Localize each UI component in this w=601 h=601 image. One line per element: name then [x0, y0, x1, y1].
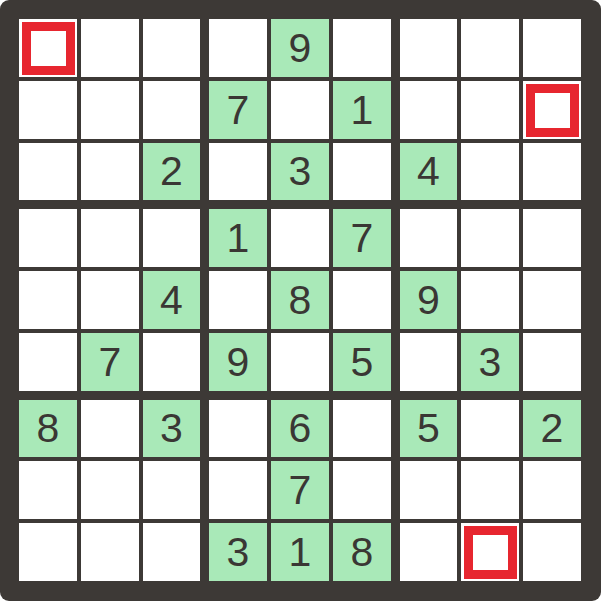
cell-r7c2[interactable] — [81, 400, 139, 457]
cell-r2c9[interactable] — [523, 81, 581, 139]
cell-r7c4[interactable] — [209, 400, 267, 457]
cell-r7c9[interactable]: 2 — [523, 400, 581, 457]
cell-r4c4[interactable]: 1 — [209, 209, 267, 267]
cell-r1c7[interactable] — [400, 19, 457, 77]
cell-r8c4[interactable] — [209, 461, 267, 519]
sudoku-board: 971234174897953836527318 — [0, 0, 601, 601]
cell-r9c1[interactable] — [19, 523, 77, 581]
cell-r8c6[interactable] — [333, 461, 391, 519]
cell-r4c9[interactable] — [523, 209, 581, 267]
cell-r2c8[interactable] — [461, 81, 519, 139]
cell-r6c5[interactable] — [271, 333, 329, 391]
cell-r6c7[interactable] — [400, 333, 457, 391]
cell-r6c4[interactable]: 9 — [209, 333, 267, 391]
cell-r3c2[interactable] — [81, 143, 139, 200]
cell-r6c9[interactable] — [523, 333, 581, 391]
cell-r4c5[interactable] — [271, 209, 329, 267]
cell-r4c3[interactable] — [143, 209, 200, 267]
red-square-marker — [22, 22, 75, 75]
red-square-marker — [526, 84, 579, 137]
cell-r9c7[interactable] — [400, 523, 457, 581]
cell-r9c4[interactable]: 3 — [209, 523, 267, 581]
cell-r5c9[interactable] — [523, 271, 581, 329]
cell-r9c3[interactable] — [143, 523, 200, 581]
cell-r8c2[interactable] — [81, 461, 139, 519]
cell-r5c1[interactable] — [19, 271, 77, 329]
cell-r6c6[interactable]: 5 — [333, 333, 391, 391]
cell-r5c3[interactable]: 4 — [143, 271, 200, 329]
cell-r8c7[interactable] — [400, 461, 457, 519]
cell-r4c6[interactable]: 7 — [333, 209, 391, 267]
cell-r6c3[interactable] — [143, 333, 200, 391]
cell-r8c8[interactable] — [461, 461, 519, 519]
cell-r2c4[interactable]: 7 — [209, 81, 267, 139]
cell-r1c8[interactable] — [461, 19, 519, 77]
cell-r1c4[interactable] — [209, 19, 267, 77]
cell-r5c5[interactable]: 8 — [271, 271, 329, 329]
cell-r2c5[interactable] — [271, 81, 329, 139]
cell-r3c6[interactable] — [333, 143, 391, 200]
cell-r1c3[interactable] — [143, 19, 200, 77]
cell-r3c8[interactable] — [461, 143, 519, 200]
cell-r2c1[interactable] — [19, 81, 77, 139]
cell-r7c6[interactable] — [333, 400, 391, 457]
cell-r4c2[interactable] — [81, 209, 139, 267]
cell-r2c3[interactable] — [143, 81, 200, 139]
cell-r9c2[interactable] — [81, 523, 139, 581]
cell-r5c6[interactable] — [333, 271, 391, 329]
cell-r1c6[interactable] — [333, 19, 391, 77]
cell-r1c1[interactable] — [19, 19, 77, 77]
cell-r4c7[interactable] — [400, 209, 457, 267]
cell-r1c9[interactable] — [523, 19, 581, 77]
cell-r4c8[interactable] — [461, 209, 519, 267]
cell-r3c3[interactable]: 2 — [143, 143, 200, 200]
cell-r7c5[interactable]: 6 — [271, 400, 329, 457]
cell-r6c2[interactable]: 7 — [81, 333, 139, 391]
cell-r2c7[interactable] — [400, 81, 457, 139]
cell-r5c2[interactable] — [81, 271, 139, 329]
cell-r6c8[interactable]: 3 — [461, 333, 519, 391]
cell-r7c8[interactable] — [461, 400, 519, 457]
cell-r9c8[interactable] — [461, 523, 519, 581]
cell-r5c4[interactable] — [209, 271, 267, 329]
cell-r4c1[interactable] — [19, 209, 77, 267]
cell-r3c9[interactable] — [523, 143, 581, 200]
cell-r6c1[interactable] — [19, 333, 77, 391]
cell-r8c5[interactable]: 7 — [271, 461, 329, 519]
cell-r2c6[interactable]: 1 — [333, 81, 391, 139]
cell-r9c5[interactable]: 1 — [271, 523, 329, 581]
cell-r3c1[interactable] — [19, 143, 77, 200]
cell-r5c7[interactable]: 9 — [400, 271, 457, 329]
cell-r5c8[interactable] — [461, 271, 519, 329]
cell-r7c1[interactable]: 8 — [19, 400, 77, 457]
cell-r1c2[interactable] — [81, 19, 139, 77]
cell-r9c6[interactable]: 8 — [333, 523, 391, 581]
cell-r1c5[interactable]: 9 — [271, 19, 329, 77]
cell-r7c7[interactable]: 5 — [400, 400, 457, 457]
cell-r8c1[interactable] — [19, 461, 77, 519]
cell-r8c9[interactable] — [523, 461, 581, 519]
cell-r9c9[interactable] — [523, 523, 581, 581]
cell-r7c3[interactable]: 3 — [143, 400, 200, 457]
cell-r3c7[interactable]: 4 — [400, 143, 457, 200]
cell-r3c4[interactable] — [209, 143, 267, 200]
cell-r3c5[interactable]: 3 — [271, 143, 329, 200]
cell-r2c2[interactable] — [81, 81, 139, 139]
cell-r8c3[interactable] — [143, 461, 200, 519]
red-square-marker — [464, 526, 517, 579]
